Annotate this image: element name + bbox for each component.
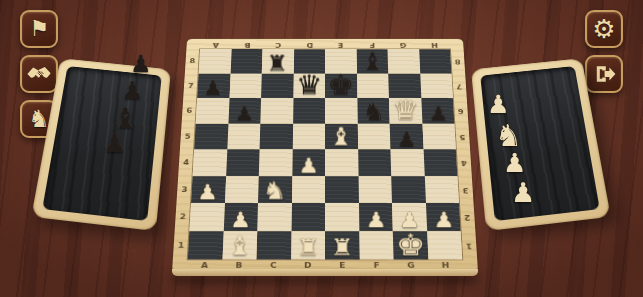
white-knight-piece[interactable]: ♞ <box>263 179 287 203</box>
square-c7[interactable] <box>261 73 293 98</box>
square-b3[interactable] <box>225 176 259 203</box>
square-a2[interactable] <box>189 203 224 231</box>
coord-label-7: 7 <box>184 73 197 98</box>
coord-label-3: 3 <box>458 176 472 203</box>
white-king-piece[interactable]: ♚ <box>396 230 425 260</box>
flag-icon: ⚑ <box>29 18 49 40</box>
settings-button[interactable]: ⚙ <box>585 10 623 48</box>
coord-label-3: 3 <box>177 176 191 203</box>
file-labels-top: ABCDEFGH <box>200 39 450 48</box>
coord-label-5: 5 <box>181 123 195 149</box>
coord-label-b: B <box>231 39 263 48</box>
tray-felt <box>480 66 600 221</box>
chessboard-frame: ABCDEFGH ABCDEFGH 87654321 87654321 ♜♝♟♛… <box>172 39 478 272</box>
coord-label-1: 1 <box>174 231 189 260</box>
exit-icon <box>592 62 616 86</box>
black-pawn-piece[interactable]: ♟ <box>397 129 417 149</box>
square-c8[interactable]: ♜ <box>262 49 294 73</box>
coord-label-2: 2 <box>176 203 190 231</box>
black-pawn-piece[interactable]: ♟ <box>428 103 448 123</box>
square-b2[interactable]: ♟ <box>223 203 258 231</box>
square-c6[interactable] <box>260 98 293 123</box>
square-d2[interactable] <box>291 203 325 231</box>
square-g6[interactable]: ♛ <box>389 98 422 123</box>
square-b7[interactable] <box>229 73 262 98</box>
black-pawn-piece[interactable]: ♟ <box>203 78 223 98</box>
coord-label-1: 1 <box>462 231 477 260</box>
square-f8[interactable]: ♝ <box>356 49 388 73</box>
square-e5[interactable]: ♝ <box>325 123 358 149</box>
white-rook-piece[interactable]: ♜ <box>331 236 354 259</box>
square-f1[interactable] <box>359 231 394 260</box>
white-pawn-piece[interactable]: ♟ <box>197 182 218 203</box>
coord-label-e: E <box>325 39 356 48</box>
coord-label-8: 8 <box>186 49 199 73</box>
white-queen-piece[interactable]: ♛ <box>392 96 419 123</box>
square-a4[interactable] <box>193 149 227 176</box>
coord-label-6: 6 <box>454 98 468 123</box>
square-g3[interactable] <box>391 176 425 203</box>
white-pawn-piece[interactable]: ♟ <box>298 155 319 176</box>
square-f6[interactable]: ♞ <box>357 98 390 123</box>
black-bishop-piece[interactable]: ♝ <box>360 49 384 73</box>
square-a5[interactable] <box>194 123 228 149</box>
square-c1[interactable] <box>256 231 291 260</box>
square-g8[interactable] <box>388 49 420 73</box>
coord-label-4: 4 <box>457 149 471 176</box>
square-h4[interactable] <box>423 149 457 176</box>
square-h5[interactable] <box>422 123 456 149</box>
square-d1[interactable]: ♜ <box>291 231 325 260</box>
gear-icon: ⚙ <box>592 16 615 42</box>
square-e3[interactable] <box>325 176 358 203</box>
square-a7[interactable]: ♟ <box>197 73 230 98</box>
coord-label-h: H <box>418 39 450 48</box>
white-pawn-piece[interactable]: ♟ <box>433 210 454 231</box>
square-h3[interactable] <box>424 176 459 203</box>
coord-label-f: F <box>356 39 387 48</box>
coord-label-g: G <box>387 39 419 48</box>
white-bishop-piece[interactable]: ♝ <box>329 125 354 150</box>
square-b4[interactable] <box>226 149 260 176</box>
square-a3[interactable]: ♟ <box>191 176 226 203</box>
coord-label-7: 7 <box>452 73 465 98</box>
square-f4[interactable] <box>358 149 391 176</box>
square-f7[interactable] <box>357 73 389 98</box>
square-e2[interactable] <box>325 203 359 231</box>
square-d7[interactable]: ♛ <box>293 73 325 98</box>
square-h7[interactable] <box>420 73 453 98</box>
square-d6[interactable] <box>293 98 325 123</box>
square-f2[interactable]: ♟ <box>358 203 392 231</box>
square-f3[interactable] <box>358 176 392 203</box>
square-a1[interactable] <box>188 231 224 260</box>
coord-label-8: 8 <box>451 49 464 73</box>
square-c4[interactable] <box>259 149 292 176</box>
chessboard-scene: ABCDEFGH ABCDEFGH 87654321 87654321 ♜♝♟♛… <box>160 8 490 272</box>
square-g4[interactable] <box>390 149 424 176</box>
square-f5[interactable] <box>357 123 390 149</box>
black-rook-piece[interactable]: ♜ <box>267 52 288 73</box>
white-bishop-piece[interactable]: ♝ <box>226 233 252 259</box>
tray-felt <box>42 66 162 221</box>
square-c3[interactable]: ♞ <box>258 176 292 203</box>
square-b8[interactable] <box>230 49 262 73</box>
square-d3[interactable] <box>292 176 325 203</box>
draw-offer-button[interactable] <box>20 55 58 93</box>
square-h1[interactable] <box>427 231 463 260</box>
surrender-button[interactable]: ⚑ <box>20 10 58 48</box>
square-b6[interactable]: ♟ <box>228 98 261 123</box>
square-c2[interactable] <box>257 203 291 231</box>
white-rook-piece[interactable]: ♜ <box>296 236 319 259</box>
board-grid: ♜♝♟♛♚♟♞♛♟♝♟♟♟♞♟♟♟♟♝♜♜♚ <box>188 49 463 259</box>
coord-label-a: A <box>200 39 232 48</box>
board-front-edge <box>172 269 478 276</box>
black-pawn-piece[interactable]: ♟ <box>234 103 254 123</box>
square-e7[interactable]: ♚ <box>325 73 357 98</box>
square-g5[interactable]: ♟ <box>390 123 423 149</box>
square-g1[interactable]: ♚ <box>393 231 428 260</box>
coord-label-4: 4 <box>179 149 193 176</box>
square-a6[interactable] <box>196 98 229 123</box>
white-pawn-piece[interactable]: ♟ <box>365 210 386 231</box>
square-e4[interactable] <box>325 149 358 176</box>
square-h2[interactable]: ♟ <box>425 203 460 231</box>
black-knight-piece[interactable]: ♞ <box>362 100 386 124</box>
black-king-piece[interactable]: ♚ <box>327 71 354 99</box>
square-c5[interactable] <box>260 123 293 149</box>
exit-button[interactable] <box>585 55 623 93</box>
square-a8[interactable] <box>199 49 232 73</box>
coord-label-5: 5 <box>455 123 469 149</box>
black-queen-piece[interactable]: ♛ <box>296 71 323 98</box>
coord-label-c: C <box>263 39 294 48</box>
white-pawn-piece[interactable]: ♟ <box>230 210 251 231</box>
square-b1[interactable]: ♝ <box>222 231 257 260</box>
square-e6[interactable] <box>325 98 357 123</box>
square-b5[interactable] <box>227 123 260 149</box>
square-d4[interactable]: ♟ <box>292 149 325 176</box>
square-h8[interactable] <box>419 49 452 73</box>
coord-label-d: D <box>294 39 325 48</box>
handshake-icon <box>26 63 52 85</box>
square-d5[interactable] <box>292 123 325 149</box>
square-e1[interactable]: ♜ <box>325 231 359 260</box>
square-h6[interactable]: ♟ <box>421 98 454 123</box>
coord-label-6: 6 <box>183 98 197 123</box>
chess-app-screen: { "game": "chess", "app_name": "Chess", … <box>0 0 643 297</box>
coord-label-2: 2 <box>460 203 474 231</box>
